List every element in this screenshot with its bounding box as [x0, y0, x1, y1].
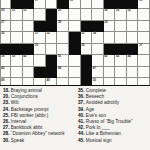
- cell-number: 21: [12, 9, 15, 12]
- white-cell[interactable]: [69, 55, 81, 67]
- white-cell[interactable]: 32: [46, 32, 58, 44]
- cell-number: 33: [81, 32, 84, 35]
- clue-item: 30. Speak: [3, 138, 75, 144]
- cell-number: 43: [116, 55, 119, 58]
- cell-number: 31: [35, 32, 38, 35]
- clue-number: 44.: [78, 131, 86, 136]
- white-cell[interactable]: [69, 9, 81, 21]
- black-cell: [81, 55, 93, 67]
- clue-text: Like a Bohemian: [86, 131, 121, 136]
- cell-number: 28: [58, 21, 61, 24]
- cell-number: 30: [1, 32, 4, 35]
- clue-number: 35.: [78, 88, 86, 93]
- crossword-grid: 1718192021222324252627282930313233343536…: [0, 0, 150, 86]
- white-cell[interactable]: [138, 9, 150, 21]
- white-cell[interactable]: [127, 78, 139, 86]
- clue-text: Complete: [86, 88, 106, 93]
- clue-number: 23.: [3, 100, 11, 105]
- white-cell[interactable]: [115, 32, 127, 44]
- cell-number: 23: [58, 9, 61, 12]
- clues-section: 18. Braying animal20. Conjunctions23. Wi…: [0, 87, 150, 150]
- cell-number: 45: [1, 67, 4, 70]
- cell-number: 50: [93, 79, 96, 82]
- clue-number: 42.: [78, 125, 86, 130]
- cell-number: 29: [104, 21, 107, 24]
- white-cell[interactable]: 25: [115, 9, 127, 21]
- clue-number: 36.: [78, 94, 86, 99]
- white-cell[interactable]: [138, 21, 150, 33]
- white-cell[interactable]: [46, 0, 58, 9]
- clue-number: 37.: [78, 100, 86, 105]
- clue-number: 26.: [3, 119, 11, 124]
- cell-number: 27: [1, 21, 4, 24]
- clue-text: Conjunctions: [11, 94, 38, 99]
- white-cell[interactable]: [115, 78, 127, 86]
- cell-number: 40: [23, 55, 26, 58]
- white-cell[interactable]: 48: [0, 78, 11, 86]
- clue-number: 18.: [3, 88, 11, 93]
- white-cell[interactable]: [92, 0, 104, 9]
- white-cell[interactable]: 40: [23, 55, 35, 67]
- white-cell[interactable]: 30: [0, 32, 11, 44]
- clue-number: 41.: [78, 119, 86, 124]
- white-cell[interactable]: [23, 32, 35, 44]
- white-cell[interactable]: 33: [81, 32, 93, 44]
- cell-number: 37: [139, 44, 142, 47]
- white-cell[interactable]: 18: [69, 0, 81, 9]
- clue-text: Russo of “Big Trouble”: [86, 119, 133, 124]
- clue-text: FBI worker (abbr.): [11, 113, 49, 118]
- clue-number: 24.: [3, 107, 11, 112]
- white-cell[interactable]: [104, 78, 116, 86]
- white-cell[interactable]: 31: [34, 32, 46, 44]
- black-cell: [69, 44, 81, 56]
- white-cell[interactable]: [115, 67, 127, 79]
- cell-number: 39: [12, 55, 15, 58]
- clue-number: 28.: [3, 131, 11, 136]
- black-cell: [46, 67, 58, 79]
- clue-number: 39.: [78, 107, 86, 112]
- cell-number: 46: [58, 67, 61, 70]
- cell-number: 48: [1, 79, 4, 82]
- clue-number: 30.: [3, 138, 11, 143]
- black-cell: [46, 9, 58, 21]
- white-cell[interactable]: 19: [138, 0, 150, 9]
- crossword-grid-region: 1718192021222324252627282930313233343536…: [0, 0, 150, 86]
- white-cell[interactable]: 37: [138, 44, 150, 56]
- cell-number: 22: [23, 9, 26, 12]
- white-cell[interactable]: [115, 21, 127, 33]
- black-cell: [81, 67, 93, 79]
- white-cell[interactable]: [69, 67, 81, 79]
- cell-number: 36: [81, 44, 84, 47]
- white-cell[interactable]: [138, 67, 150, 79]
- clue-text: Backstage prompt: [11, 107, 49, 112]
- white-cell[interactable]: 29: [104, 21, 116, 33]
- white-cell[interactable]: [34, 78, 46, 86]
- cell-number: 26: [127, 9, 130, 12]
- clue-number: 40.: [78, 113, 86, 118]
- white-cell[interactable]: 23: [57, 9, 69, 21]
- white-cell[interactable]: [81, 0, 93, 9]
- white-cell[interactable]: [92, 9, 104, 21]
- white-cell[interactable]: 46: [57, 67, 69, 79]
- white-cell[interactable]: [46, 44, 58, 56]
- cell-number: 25: [116, 9, 119, 12]
- white-cell[interactable]: 45: [0, 67, 11, 79]
- clue-text: Eve's son: [86, 113, 106, 118]
- white-cell[interactable]: [69, 21, 81, 33]
- clue-number: 20.: [3, 94, 11, 99]
- white-cell[interactable]: [34, 55, 46, 67]
- white-cell[interactable]: 49: [46, 78, 58, 86]
- white-cell[interactable]: [11, 21, 23, 33]
- clue-text: Speak: [11, 138, 24, 143]
- white-cell[interactable]: 35: [34, 44, 46, 56]
- white-cell[interactable]: 44: [127, 55, 139, 67]
- clue-number: 27.: [3, 125, 11, 130]
- cell-number: 19: [139, 0, 142, 2]
- white-cell[interactable]: [127, 67, 139, 79]
- cell-number: 17: [35, 0, 38, 2]
- white-cell[interactable]: 22: [23, 9, 35, 21]
- clue-number: 25.: [3, 113, 11, 118]
- white-cell[interactable]: [104, 67, 116, 79]
- cell-number: 47: [93, 67, 96, 70]
- clue-list-right: 35. Complete36. Beseech37. Avoided adroi…: [78, 88, 150, 144]
- white-cell[interactable]: [23, 78, 35, 86]
- white-cell[interactable]: 28: [57, 21, 69, 33]
- white-cell[interactable]: 47: [92, 67, 104, 79]
- cell-number: 35: [35, 44, 38, 47]
- clues-right-column: 35. Complete36. Beseech37. Avoided adroi…: [78, 88, 150, 144]
- black-cell: [69, 32, 81, 44]
- cell-number: 20: [1, 9, 4, 12]
- clue-text: Musical sign: [86, 138, 112, 143]
- cell-number: 34: [93, 32, 96, 35]
- clue-text: Pork lo ___: [86, 125, 110, 130]
- white-cell[interactable]: 39: [11, 55, 23, 67]
- black-cell: [34, 67, 46, 79]
- clues-left-column: 18. Braying animal20. Conjunctions23. Wi…: [3, 88, 75, 144]
- white-cell[interactable]: 21: [11, 9, 23, 21]
- clue-text: Wilt: [11, 100, 19, 105]
- white-cell[interactable]: 42: [104, 55, 116, 67]
- clue-text: “Downton Abbey” network: [11, 131, 65, 136]
- white-cell[interactable]: [11, 78, 23, 86]
- white-cell[interactable]: 24: [104, 9, 116, 21]
- white-cell[interactable]: [81, 9, 93, 21]
- white-cell[interactable]: 17: [34, 0, 46, 9]
- white-cell[interactable]: [127, 21, 139, 33]
- cell-number: 38: [1, 55, 4, 58]
- white-cell[interactable]: [57, 78, 69, 86]
- clue-text: Bankbook abbr.: [11, 125, 44, 130]
- clue-text: Braying animal: [11, 88, 42, 93]
- clue-list-left: 18. Braying animal20. Conjunctions23. Wi…: [3, 88, 75, 144]
- white-cell[interactable]: 20: [0, 9, 11, 21]
- white-cell[interactable]: [104, 32, 116, 44]
- black-cell: [81, 78, 93, 86]
- white-cell[interactable]: 34: [92, 32, 104, 44]
- white-cell[interactable]: [23, 21, 35, 33]
- cell-number: 32: [46, 32, 49, 35]
- cell-number: 49: [46, 79, 49, 82]
- white-cell[interactable]: [11, 67, 23, 79]
- clue-text: Age: [86, 107, 94, 112]
- cell-number: 41: [58, 55, 61, 58]
- white-cell[interactable]: [57, 32, 69, 44]
- white-cell[interactable]: [127, 32, 139, 44]
- cell-number: 42: [104, 55, 107, 58]
- clue-text: Beseech: [86, 94, 104, 99]
- white-cell[interactable]: [23, 67, 35, 79]
- white-cell[interactable]: 26: [127, 9, 139, 21]
- clue-text: Interval: [11, 119, 26, 124]
- white-cell[interactable]: [138, 78, 150, 86]
- white-cell[interactable]: [92, 44, 104, 56]
- white-cell[interactable]: [34, 9, 46, 21]
- white-cell[interactable]: [11, 32, 23, 44]
- white-cell[interactable]: [138, 32, 150, 44]
- clue-number: 45.: [78, 138, 86, 143]
- cell-number: 44: [127, 55, 130, 58]
- clue-item: 45. Musical sign: [78, 138, 150, 144]
- black-cell: [46, 55, 58, 67]
- clue-text: Avoided adroitly: [86, 100, 119, 105]
- white-cell[interactable]: 43: [115, 55, 127, 67]
- cell-number: 24: [104, 9, 107, 12]
- white-cell[interactable]: [138, 55, 150, 67]
- white-cell[interactable]: 50: [92, 78, 104, 86]
- white-cell[interactable]: 36: [81, 44, 93, 56]
- cell-number: 18: [70, 0, 73, 2]
- white-cell[interactable]: [69, 78, 81, 86]
